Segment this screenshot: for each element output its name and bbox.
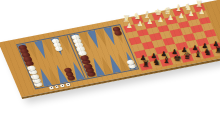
white-chess-piece-p[interactable]: ♟: [137, 21, 143, 28]
white-chess-piece-p[interactable]: ♟: [147, 19, 153, 26]
die[interactable]: [54, 85, 59, 89]
white-chess-piece-p[interactable]: ♟: [188, 11, 194, 18]
dark-chess-piece-q[interactable]: ♛: [183, 51, 191, 60]
white-chess-piece-p[interactable]: ♟: [126, 23, 132, 30]
backgammon-board: [16, 24, 139, 89]
dark-chess-piece-k[interactable]: ♚: [173, 53, 181, 62]
scene: ♜♞♝♚♛♝♞♜♟♟♟♟♟♟♟♟♟♟♟♟♟♟♟♟♜♞♝♚♛♝♞♜: [0, 0, 220, 122]
white-chess-piece-p[interactable]: ♟: [157, 17, 163, 24]
dark-chess-piece-n[interactable]: ♞: [152, 57, 160, 66]
die[interactable]: [49, 86, 54, 90]
die[interactable]: [65, 82, 70, 86]
white-chess-piece-p[interactable]: ♟: [178, 13, 184, 20]
dark-checker[interactable]: [114, 30, 123, 36]
dark-chess-piece-r[interactable]: ♜: [214, 45, 220, 54]
dark-chess-piece-b[interactable]: ♝: [162, 55, 170, 64]
dark-chess-piece-r[interactable]: ♜: [142, 59, 150, 68]
dark-chess-piece-n[interactable]: ♞: [204, 47, 212, 56]
white-chess-piece-p[interactable]: ♟: [168, 15, 174, 22]
white-checker[interactable]: [54, 46, 63, 52]
die[interactable]: [60, 83, 65, 87]
dark-chess-piece-b[interactable]: ♝: [193, 49, 201, 58]
white-chess-piece-p[interactable]: ♟: [199, 9, 205, 16]
wood-board: ♜♞♝♚♛♝♞♜♟♟♟♟♟♟♟♟♟♟♟♟♟♟♟♟♜♞♝♚♛♝♞♜: [0, 0, 220, 99]
